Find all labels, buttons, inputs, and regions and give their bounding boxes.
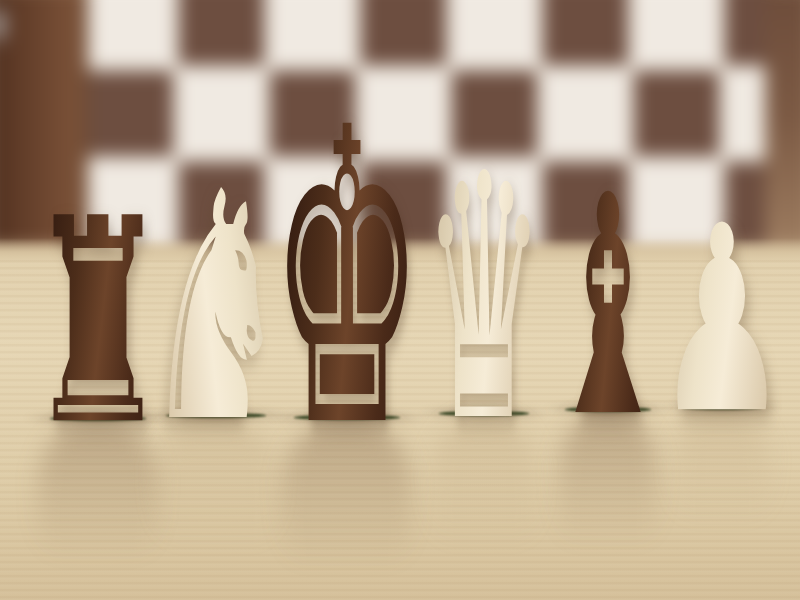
knight-glyph: ♞ (143, 151, 290, 466)
pawn-glyph: ♟ (655, 192, 789, 449)
board-square (88, 0, 173, 65)
board-square (634, 0, 719, 65)
king-glyph: ♚ (270, 76, 423, 483)
photo-scene: ♜ ♞ ♚ ♛ ♝ ♟ (0, 0, 800, 600)
queen-glyph: ♛ (423, 130, 544, 468)
bishop-glyph: ♝ (546, 156, 671, 459)
board-square (179, 0, 264, 65)
board-square (452, 0, 537, 65)
light-pawn-piece: ♟ (722, 192, 800, 449)
board-square (543, 0, 628, 65)
